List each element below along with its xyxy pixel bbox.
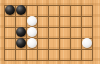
goban[interactable] bbox=[0, 0, 100, 64]
black-stone bbox=[16, 38, 26, 48]
black-stone bbox=[16, 27, 26, 37]
black-stone bbox=[16, 5, 26, 15]
white-stone bbox=[27, 38, 37, 48]
white-stone bbox=[27, 27, 37, 37]
black-stone bbox=[5, 5, 15, 15]
white-stone bbox=[27, 16, 37, 26]
white-stone bbox=[82, 38, 92, 48]
